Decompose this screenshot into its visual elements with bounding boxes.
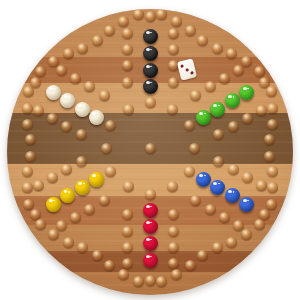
track-rim-hole[interactable] (35, 219, 46, 230)
track-rim-hole[interactable] (226, 237, 237, 248)
track-rim-hole[interactable] (104, 25, 115, 36)
track-rim-hole[interactable] (267, 119, 278, 130)
track-rim-hole[interactable] (212, 43, 223, 54)
track-point-hole[interactable] (145, 11, 156, 22)
die-pip (180, 64, 184, 68)
game-board (7, 9, 293, 295)
track-hole[interactable] (219, 73, 230, 84)
track-rim-hole[interactable] (22, 182, 33, 193)
black-marble[interactable] (143, 46, 158, 61)
track-hole[interactable] (122, 209, 133, 220)
red-marble[interactable] (143, 236, 158, 251)
green-marble[interactable] (210, 102, 225, 117)
track-hole[interactable] (84, 204, 95, 215)
track-rim-hole[interactable] (197, 35, 208, 46)
track-rim-hole[interactable] (118, 16, 129, 27)
track-rim-hole[interactable] (267, 103, 278, 114)
track-point-hole[interactable] (145, 275, 156, 286)
track-hole[interactable] (122, 28, 133, 39)
home-row-hole[interactable] (105, 166, 116, 177)
track-hole[interactable] (99, 90, 110, 101)
track-hole[interactable] (122, 44, 133, 55)
home-row-hole[interactable] (145, 97, 156, 108)
green-marble[interactable] (239, 85, 254, 100)
track-hole[interactable] (219, 212, 230, 223)
track-point-hole[interactable] (30, 77, 41, 88)
track-rim-hole[interactable] (266, 199, 277, 210)
home-row-hole[interactable] (184, 120, 195, 131)
blue-marble[interactable] (196, 172, 211, 187)
track-hole[interactable] (228, 164, 239, 175)
track-valley-hole[interactable] (189, 143, 200, 154)
track-hole[interactable] (213, 156, 224, 167)
track-rim-hole[interactable] (185, 25, 196, 36)
red-marble[interactable] (143, 203, 158, 218)
track-hole[interactable] (122, 226, 133, 237)
white-marble[interactable] (75, 102, 90, 117)
track-hole[interactable] (233, 220, 244, 231)
track-hole[interactable] (76, 156, 87, 167)
track-hole[interactable] (122, 258, 133, 269)
black-marble[interactable] (143, 79, 158, 94)
track-hole[interactable] (61, 121, 72, 132)
home-row-hole[interactable] (145, 189, 156, 200)
track-hole[interactable] (233, 65, 244, 76)
red-marble[interactable] (143, 253, 158, 268)
track-hole[interactable] (205, 204, 216, 215)
track-hole[interactable] (242, 172, 253, 183)
track-rim-hole[interactable] (133, 9, 144, 20)
track-hole[interactable] (168, 226, 179, 237)
track-valley-hole[interactable] (167, 181, 178, 192)
track-point-hole[interactable] (30, 209, 41, 220)
track-rim-hole[interactable] (118, 269, 129, 280)
track-hole[interactable] (242, 113, 253, 124)
track-hole[interactable] (122, 60, 133, 71)
track-hole[interactable] (168, 258, 179, 269)
track-rim-hole[interactable] (22, 103, 33, 114)
track-rim-hole[interactable] (92, 35, 103, 46)
black-marble[interactable] (143, 29, 158, 44)
track-hole[interactable] (190, 90, 201, 101)
track-valley-hole[interactable] (123, 104, 134, 115)
track-rim-hole[interactable] (264, 151, 275, 162)
track-hole[interactable] (168, 209, 179, 220)
track-rim-hole[interactable] (22, 119, 33, 130)
blue-marble[interactable] (210, 180, 225, 195)
track-hole[interactable] (168, 77, 179, 88)
track-hole[interactable] (122, 77, 133, 88)
die-pip (190, 71, 194, 75)
track-rim-hole[interactable] (63, 237, 74, 248)
red-marble[interactable] (143, 219, 158, 234)
track-rim-hole[interactable] (241, 56, 252, 67)
track-valley-hole[interactable] (167, 104, 178, 115)
track-point-hole[interactable] (259, 209, 270, 220)
track-rim-hole[interactable] (254, 66, 265, 77)
track-rim-hole[interactable] (23, 86, 34, 97)
track-hole[interactable] (256, 180, 267, 191)
track-hole[interactable] (122, 242, 133, 253)
track-rim-hole[interactable] (241, 229, 252, 240)
track-rim-hole[interactable] (25, 134, 36, 145)
track-hole[interactable] (168, 242, 179, 253)
yellow-marble[interactable] (75, 180, 90, 195)
white-marble[interactable] (46, 85, 61, 100)
yellow-marble[interactable] (89, 172, 104, 187)
white-marble[interactable] (89, 110, 104, 125)
track-rim-hole[interactable] (25, 151, 36, 162)
track-rim-hole[interactable] (266, 86, 277, 97)
green-marble[interactable] (196, 110, 211, 125)
track-hole[interactable] (228, 121, 239, 132)
home-row-hole[interactable] (184, 166, 195, 177)
board-photo (0, 0, 300, 300)
track-valley-hole[interactable] (101, 143, 112, 154)
track-rim-hole[interactable] (35, 66, 46, 77)
track-hole[interactable] (205, 81, 216, 92)
yellow-marble[interactable] (46, 197, 61, 212)
blue-marble[interactable] (225, 188, 240, 203)
track-rim-hole[interactable] (267, 166, 278, 177)
die-pip (185, 67, 189, 71)
track-hole[interactable] (256, 105, 267, 116)
green-marble[interactable] (225, 93, 240, 108)
track-rim-hole[interactable] (212, 242, 223, 253)
home-row-hole[interactable] (105, 120, 116, 131)
center-hole[interactable] (145, 143, 156, 154)
track-rim-hole[interactable] (133, 276, 144, 287)
blue-marble[interactable] (239, 197, 254, 212)
track-hole[interactable] (168, 28, 179, 39)
black-marble[interactable] (143, 63, 158, 78)
track-hole[interactable] (168, 44, 179, 55)
track-valley-hole[interactable] (123, 181, 134, 192)
